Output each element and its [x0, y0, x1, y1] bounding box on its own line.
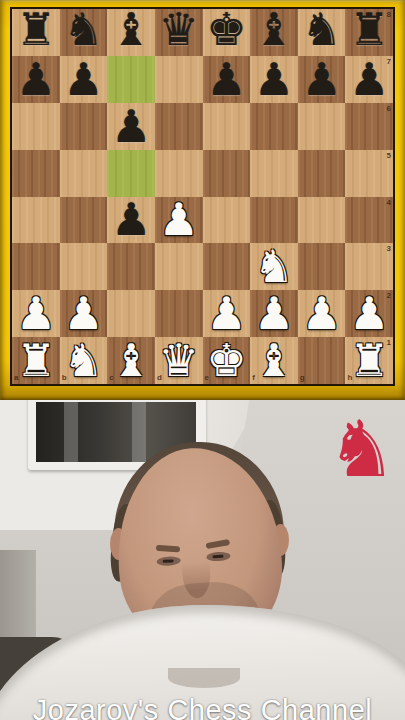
piece-white-bishop-f1[interactable]: ♝ [250, 337, 298, 384]
square-c8[interactable]: ♝ [107, 9, 155, 56]
person-eyebrow [156, 545, 180, 553]
piece-black-pawn-b7[interactable]: ♟ [60, 56, 108, 103]
red-knight-logo-icon: ♞ [327, 410, 397, 488]
square-f7[interactable]: ♟ [250, 56, 298, 103]
square-g1[interactable]: g [298, 337, 346, 384]
piece-white-knight-b1[interactable]: ♞ [60, 337, 108, 384]
square-a1[interactable]: a♜ [12, 337, 60, 384]
square-a5[interactable] [12, 150, 60, 197]
square-b8[interactable]: ♞ [60, 9, 108, 56]
square-c4[interactable]: ♟ [107, 197, 155, 244]
square-f3[interactable]: ♞ [250, 243, 298, 290]
square-f4[interactable] [250, 197, 298, 244]
square-g4[interactable] [298, 197, 346, 244]
square-a8[interactable]: ♜ [12, 9, 60, 56]
square-d4[interactable]: ♟ [155, 197, 203, 244]
square-d8[interactable]: ♛ [155, 9, 203, 56]
square-a2[interactable]: ♟ [12, 290, 60, 337]
rank-label-6: 6 [387, 105, 391, 113]
rank-label-4: 4 [387, 199, 391, 207]
piece-white-pawn-b2[interactable]: ♟ [60, 290, 108, 337]
square-g2[interactable]: ♟ [298, 290, 346, 337]
piece-white-rook-a1[interactable]: ♜ [12, 337, 60, 384]
square-d7[interactable] [155, 56, 203, 103]
square-b4[interactable] [60, 197, 108, 244]
square-h6[interactable]: 6 [345, 103, 393, 150]
square-c2[interactable] [107, 290, 155, 337]
piece-white-pawn-g2[interactable]: ♟ [298, 290, 346, 337]
piece-black-king-e8[interactable]: ♚ [203, 9, 251, 53]
square-a4[interactable] [12, 197, 60, 244]
piece-black-queen-d8[interactable]: ♛ [155, 9, 203, 53]
square-b1[interactable]: b♞ [60, 337, 108, 384]
square-b6[interactable] [60, 103, 108, 150]
piece-black-pawn-f7[interactable]: ♟ [250, 56, 298, 103]
square-c6[interactable]: ♟ [107, 103, 155, 150]
piece-white-pawn-f2[interactable]: ♟ [250, 290, 298, 337]
square-f6[interactable] [250, 103, 298, 150]
square-c1[interactable]: c♝ [107, 337, 155, 384]
square-e8[interactable]: ♚ [203, 9, 251, 56]
piece-black-pawn-a7[interactable]: ♟ [12, 56, 60, 103]
piece-white-king-e1[interactable]: ♚ [203, 337, 251, 384]
webcam-view: ♞ Jozarov's Chess Channel [0, 400, 405, 720]
channel-caption: Jozarov's Chess Channel [0, 694, 405, 720]
square-g8[interactable]: ♞ [298, 9, 346, 56]
square-c7[interactable] [107, 56, 155, 103]
piece-black-pawn-c4[interactable]: ♟ [107, 197, 155, 244]
piece-white-pawn-h2[interactable]: ♟ [345, 290, 393, 337]
person-eye [206, 551, 230, 561]
square-e3[interactable] [203, 243, 251, 290]
square-e4[interactable] [203, 197, 251, 244]
square-a7[interactable]: ♟ [12, 56, 60, 103]
piece-black-knight-g8[interactable]: ♞ [298, 9, 346, 53]
tshirt-collar [168, 668, 240, 688]
window-reflection [64, 402, 78, 462]
square-h2[interactable]: 2♟ [345, 290, 393, 337]
square-c3[interactable] [107, 243, 155, 290]
piece-black-pawn-h7[interactable]: ♟ [345, 56, 393, 103]
piece-black-pawn-c6[interactable]: ♟ [107, 103, 155, 150]
square-e6[interactable] [203, 103, 251, 150]
piece-white-bishop-c1[interactable]: ♝ [107, 337, 155, 384]
square-a3[interactable] [12, 243, 60, 290]
piece-white-pawn-a2[interactable]: ♟ [12, 290, 60, 337]
square-b2[interactable]: ♟ [60, 290, 108, 337]
square-d2[interactable] [155, 290, 203, 337]
square-d3[interactable] [155, 243, 203, 290]
square-d6[interactable] [155, 103, 203, 150]
piece-white-knight-f3[interactable]: ♞ [250, 243, 298, 290]
piece-black-rook-a8[interactable]: ♜ [12, 9, 60, 53]
square-g6[interactable] [298, 103, 346, 150]
piece-black-pawn-e7[interactable]: ♟ [203, 56, 251, 103]
square-f1[interactable]: f♝ [250, 337, 298, 384]
square-h3[interactable]: 3 [345, 243, 393, 290]
piece-white-pawn-d4[interactable]: ♟ [155, 197, 203, 244]
board-frame: ♜♞♝♛♚♝♞8♜♟♟♟♟♟7♟♟65♟♟4♞3♟♟♟♟♟2♟a♜b♞c♝d♛e… [0, 0, 405, 400]
square-g3[interactable] [298, 243, 346, 290]
piece-black-knight-b8[interactable]: ♞ [60, 9, 108, 53]
square-f8[interactable]: ♝ [250, 9, 298, 56]
square-b3[interactable] [60, 243, 108, 290]
square-e2[interactable]: ♟ [203, 290, 251, 337]
person-eye [156, 556, 180, 566]
rank-label-5: 5 [387, 152, 391, 160]
square-c5[interactable] [107, 150, 155, 197]
square-h4[interactable]: 4 [345, 197, 393, 244]
square-a6[interactable] [12, 103, 60, 150]
square-h1[interactable]: h1♜ [345, 337, 393, 384]
person-eyebrow [205, 539, 230, 549]
square-h7[interactable]: 7♟ [345, 56, 393, 103]
square-e7[interactable]: ♟ [203, 56, 251, 103]
square-h8[interactable]: 8♜ [345, 9, 393, 56]
square-g7[interactable]: ♟ [298, 56, 346, 103]
square-d5[interactable] [155, 150, 203, 197]
square-d1[interactable]: d♛ [155, 337, 203, 384]
piece-black-rook-h8[interactable]: ♜ [345, 9, 393, 53]
square-e5[interactable] [203, 150, 251, 197]
chess-board[interactable]: ♜♞♝♛♚♝♞8♜♟♟♟♟♟7♟♟65♟♟4♞3♟♟♟♟♟2♟a♜b♞c♝d♛e… [12, 9, 393, 384]
piece-white-pawn-e2[interactable]: ♟ [203, 290, 251, 337]
window-reflection [132, 402, 146, 462]
piece-white-rook-h1[interactable]: ♜ [345, 337, 393, 384]
square-h5[interactable]: 5 [345, 150, 393, 197]
square-g5[interactable] [298, 150, 346, 197]
file-label-g: g [300, 374, 305, 382]
square-f2[interactable]: ♟ [250, 290, 298, 337]
rank-label-3: 3 [387, 245, 391, 253]
piece-black-bishop-c8[interactable]: ♝ [107, 9, 155, 53]
video-frame: ♜♞♝♛♚♝♞8♜♟♟♟♟♟7♟♟65♟♟4♞3♟♟♟♟♟2♟a♜b♞c♝d♛e… [0, 0, 405, 720]
piece-black-pawn-g7[interactable]: ♟ [298, 56, 346, 103]
square-b5[interactable] [60, 150, 108, 197]
piece-white-queen-d1[interactable]: ♛ [155, 337, 203, 384]
square-f5[interactable] [250, 150, 298, 197]
square-e1[interactable]: e♚ [203, 337, 251, 384]
piece-black-bishop-f8[interactable]: ♝ [250, 9, 298, 53]
square-b7[interactable]: ♟ [60, 56, 108, 103]
